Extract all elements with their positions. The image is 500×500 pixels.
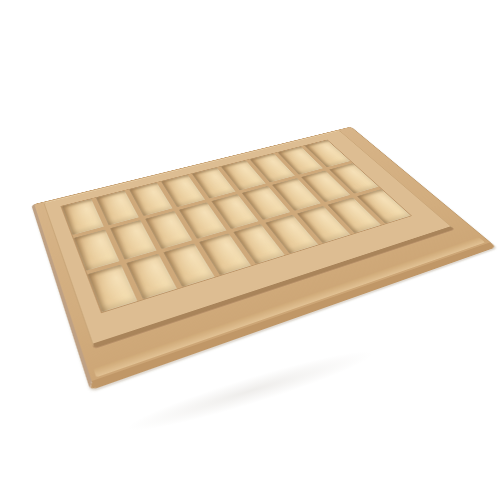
product-photo <box>0 0 500 500</box>
compartment <box>74 230 120 271</box>
wooden-tray-group <box>31 127 486 381</box>
compartment <box>62 199 104 235</box>
